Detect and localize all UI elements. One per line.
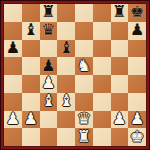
square-b2[interactable]: ♟: [22, 111, 40, 129]
square-b5[interactable]: [22, 57, 40, 75]
piece-black-pawn[interactable]: ♟: [130, 22, 144, 38]
square-d4[interactable]: [57, 75, 75, 93]
square-e7[interactable]: [75, 22, 93, 40]
square-g8[interactable]: ♜: [111, 4, 129, 22]
square-a2[interactable]: ♟: [4, 111, 22, 129]
square-b1[interactable]: [22, 128, 40, 146]
square-b4[interactable]: [22, 75, 40, 93]
square-h5[interactable]: [128, 57, 146, 75]
square-h4[interactable]: [128, 75, 146, 93]
square-d5[interactable]: [57, 57, 75, 75]
square-e5[interactable]: ♞: [75, 57, 93, 75]
square-f5[interactable]: [93, 57, 111, 75]
square-d1[interactable]: [57, 128, 75, 146]
square-d6[interactable]: ♝: [57, 40, 75, 58]
piece-white-pawn[interactable]: ♟: [130, 111, 144, 127]
square-g1[interactable]: [111, 128, 129, 146]
square-b8[interactable]: [22, 4, 40, 22]
square-a6[interactable]: ♟: [4, 40, 22, 58]
square-c8[interactable]: ♜: [40, 4, 58, 22]
square-h8[interactable]: ♚: [128, 4, 146, 22]
square-f2[interactable]: [93, 111, 111, 129]
piece-white-pawn[interactable]: ♟: [41, 75, 55, 91]
square-c2[interactable]: [40, 111, 58, 129]
chess-board: ♜♜♚♝♛♟♟♝♟♞♟♝♝♟♟♛♟♟♜♚: [4, 4, 146, 146]
square-d8[interactable]: [57, 4, 75, 22]
square-a8[interactable]: [4, 4, 22, 22]
square-g2[interactable]: ♟: [111, 111, 129, 129]
square-e3[interactable]: [75, 93, 93, 111]
square-d3[interactable]: ♝: [57, 93, 75, 111]
piece-black-queen[interactable]: ♛: [41, 22, 55, 38]
piece-white-queen[interactable]: ♛: [77, 111, 91, 127]
square-f4[interactable]: [93, 75, 111, 93]
square-a4[interactable]: [4, 75, 22, 93]
square-a7[interactable]: [4, 22, 22, 40]
square-a5[interactable]: [4, 57, 22, 75]
square-e4[interactable]: [75, 75, 93, 93]
square-f8[interactable]: [93, 4, 111, 22]
square-f3[interactable]: [93, 93, 111, 111]
piece-black-rook[interactable]: ♜: [41, 4, 55, 20]
piece-white-pawn[interactable]: ♟: [6, 111, 20, 127]
square-a3[interactable]: [4, 93, 22, 111]
square-c6[interactable]: [40, 40, 58, 58]
square-h6[interactable]: [128, 40, 146, 58]
piece-black-bishop[interactable]: ♝: [59, 40, 73, 56]
square-a1[interactable]: [4, 128, 22, 146]
piece-white-pawn[interactable]: ♟: [112, 111, 126, 127]
chess-diagram: ♜♜♚♝♛♟♟♝♟♞♟♝♝♟♟♛♟♟♜♚: [0, 0, 150, 150]
square-e6[interactable]: [75, 40, 93, 58]
square-d7[interactable]: [57, 22, 75, 40]
square-e1[interactable]: ♜: [75, 128, 93, 146]
square-f1[interactable]: [93, 128, 111, 146]
square-c7[interactable]: ♛: [40, 22, 58, 40]
square-b7[interactable]: ♝: [22, 22, 40, 40]
square-c1[interactable]: [40, 128, 58, 146]
square-h3[interactable]: [128, 93, 146, 111]
square-e2[interactable]: ♛: [75, 111, 93, 129]
square-g3[interactable]: [111, 93, 129, 111]
piece-black-pawn[interactable]: ♟: [6, 40, 20, 56]
square-h1[interactable]: ♚: [128, 128, 146, 146]
piece-black-king[interactable]: ♚: [130, 4, 144, 20]
piece-white-bishop[interactable]: ♝: [59, 93, 73, 109]
piece-white-king[interactable]: ♚: [130, 128, 144, 144]
square-e8[interactable]: [75, 4, 93, 22]
piece-black-bishop[interactable]: ♝: [23, 22, 37, 38]
square-g4[interactable]: [111, 75, 129, 93]
piece-white-bishop[interactable]: ♝: [41, 93, 55, 109]
square-b3[interactable]: [22, 93, 40, 111]
square-b6[interactable]: [22, 40, 40, 58]
piece-white-knight[interactable]: ♞: [77, 57, 91, 73]
piece-black-pawn[interactable]: ♟: [41, 57, 55, 73]
piece-white-pawn[interactable]: ♟: [23, 111, 37, 127]
piece-black-rook[interactable]: ♜: [112, 4, 126, 20]
square-h2[interactable]: ♟: [128, 111, 146, 129]
square-c4[interactable]: ♟: [40, 75, 58, 93]
square-c5[interactable]: ♟: [40, 57, 58, 75]
square-g7[interactable]: [111, 22, 129, 40]
square-d2[interactable]: [57, 111, 75, 129]
square-g5[interactable]: [111, 57, 129, 75]
square-h7[interactable]: ♟: [128, 22, 146, 40]
square-f6[interactable]: [93, 40, 111, 58]
square-c3[interactable]: ♝: [40, 93, 58, 111]
square-f7[interactable]: [93, 22, 111, 40]
square-g6[interactable]: [111, 40, 129, 58]
piece-white-rook[interactable]: ♜: [77, 128, 91, 144]
